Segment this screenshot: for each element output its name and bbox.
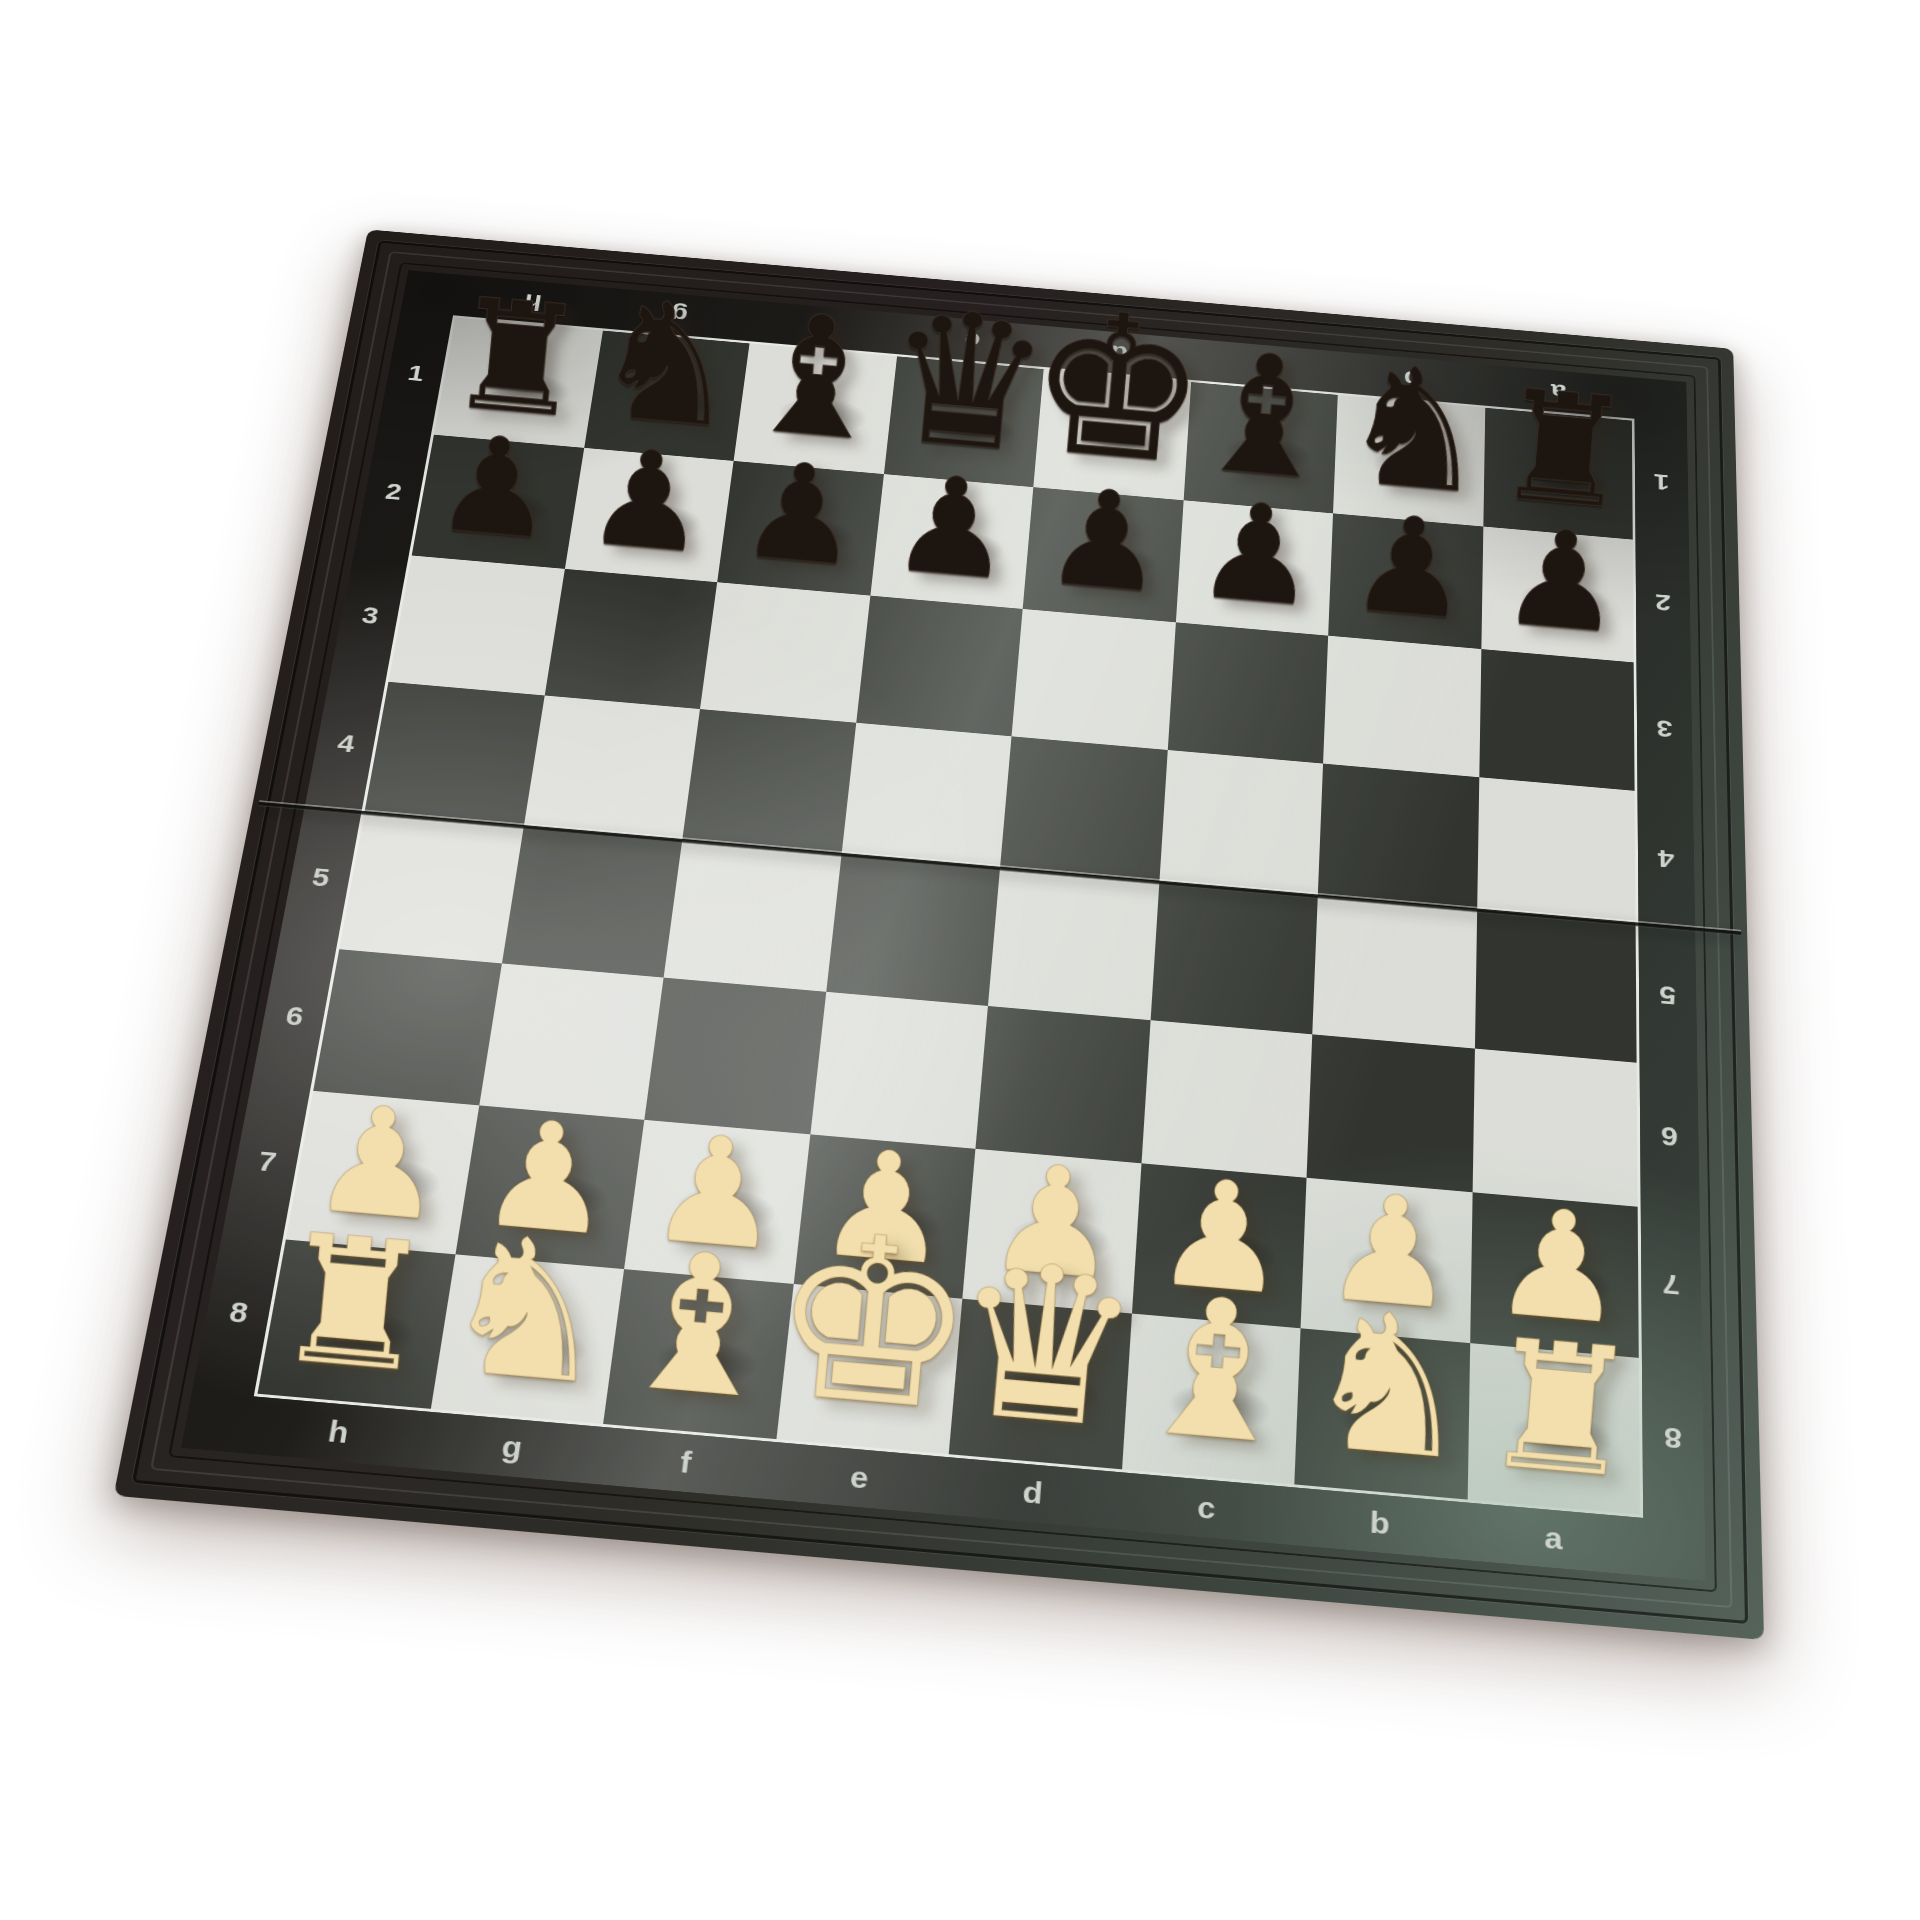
square-a3[interactable] — [1479, 649, 1635, 790]
chess-board: hgfedcba hgfedcba 12345678 12345678 ♜♞♝♛… — [114, 229, 1764, 1640]
square-b2[interactable] — [1328, 513, 1483, 649]
square-h4[interactable] — [364, 681, 544, 826]
piece-white-king-e8[interactable]: ♚ — [776, 1283, 962, 1454]
square-d4[interactable] — [1000, 736, 1167, 882]
rank-label-1: 1 — [1636, 421, 1688, 544]
square-e2[interactable] — [870, 474, 1033, 609]
square-b1[interactable] — [1333, 395, 1485, 526]
piece-white-rook-a8[interactable]: ♜ — [1467, 1343, 1640, 1515]
square-f3[interactable] — [700, 582, 870, 722]
square-e4[interactable] — [841, 722, 1011, 868]
rank-label-6: 6 — [1641, 1063, 1698, 1212]
square-a4[interactable] — [1477, 777, 1636, 924]
piece-white-knight-b8[interactable]: ♞ — [1294, 1328, 1469, 1500]
square-c1[interactable] — [1183, 382, 1338, 513]
rank-label-3: 3 — [1637, 663, 1691, 796]
square-d3[interactable] — [1012, 609, 1176, 750]
square-g1[interactable] — [584, 331, 750, 461]
piece-white-queen-d8[interactable]: ♛ — [949, 1298, 1132, 1469]
square-f4[interactable] — [682, 709, 856, 854]
square-d1[interactable] — [1033, 369, 1190, 500]
white-knight-glyph: ♞ — [1296, 1284, 1483, 1490]
square-a1[interactable] — [1483, 408, 1633, 539]
square-g2[interactable] — [564, 447, 733, 582]
square-a2[interactable] — [1481, 526, 1634, 662]
square-c3[interactable] — [1167, 622, 1328, 763]
rank-label-8: 8 — [1643, 1358, 1703, 1520]
square-h2[interactable] — [412, 434, 584, 569]
square-b3[interactable] — [1323, 636, 1481, 777]
white-queen-glyph: ♛ — [941, 1231, 1149, 1460]
square-c2[interactable] — [1175, 500, 1333, 636]
rank-labels-right: 12345678 — [1636, 421, 1703, 1520]
square-g4[interactable] — [523, 695, 700, 840]
piece-white-knight-g8[interactable]: ♞ — [430, 1254, 624, 1424]
rank-label-4: 4 — [1638, 791, 1693, 929]
white-rook-glyph: ♜ — [267, 1209, 440, 1398]
square-g3[interactable] — [544, 569, 717, 709]
piece-white-rook-h8[interactable]: ♜ — [258, 1239, 456, 1409]
square-d2[interactable] — [1023, 487, 1184, 623]
square-c4[interactable] — [1159, 750, 1323, 896]
square-e1[interactable] — [884, 356, 1044, 486]
chessboard-photo-scene: hgfedcba hgfedcba 12345678 12345678 ♜♞♝♛… — [0, 0, 1920, 1920]
square-f2[interactable] — [717, 461, 883, 596]
white-rook-glyph: ♜ — [1475, 1315, 1647, 1505]
white-knight-glyph: ♞ — [433, 1209, 621, 1415]
board-rotation-wrapper: hgfedcba hgfedcba 12345678 12345678 ♜♞♝♛… — [187, 55, 1812, 1680]
rank-label-2: 2 — [1636, 540, 1689, 668]
square-b4[interactable] — [1318, 763, 1479, 910]
square-e3[interactable] — [856, 596, 1023, 736]
square-h3[interactable] — [389, 555, 565, 695]
square-h1[interactable] — [434, 318, 603, 448]
rank-label-5: 5 — [1640, 924, 1696, 1067]
white-bishop-glyph: ♝ — [1123, 1269, 1310, 1475]
piece-white-bishop-c8[interactable]: ♝ — [1122, 1313, 1301, 1484]
square-f1[interactable] — [734, 343, 897, 473]
